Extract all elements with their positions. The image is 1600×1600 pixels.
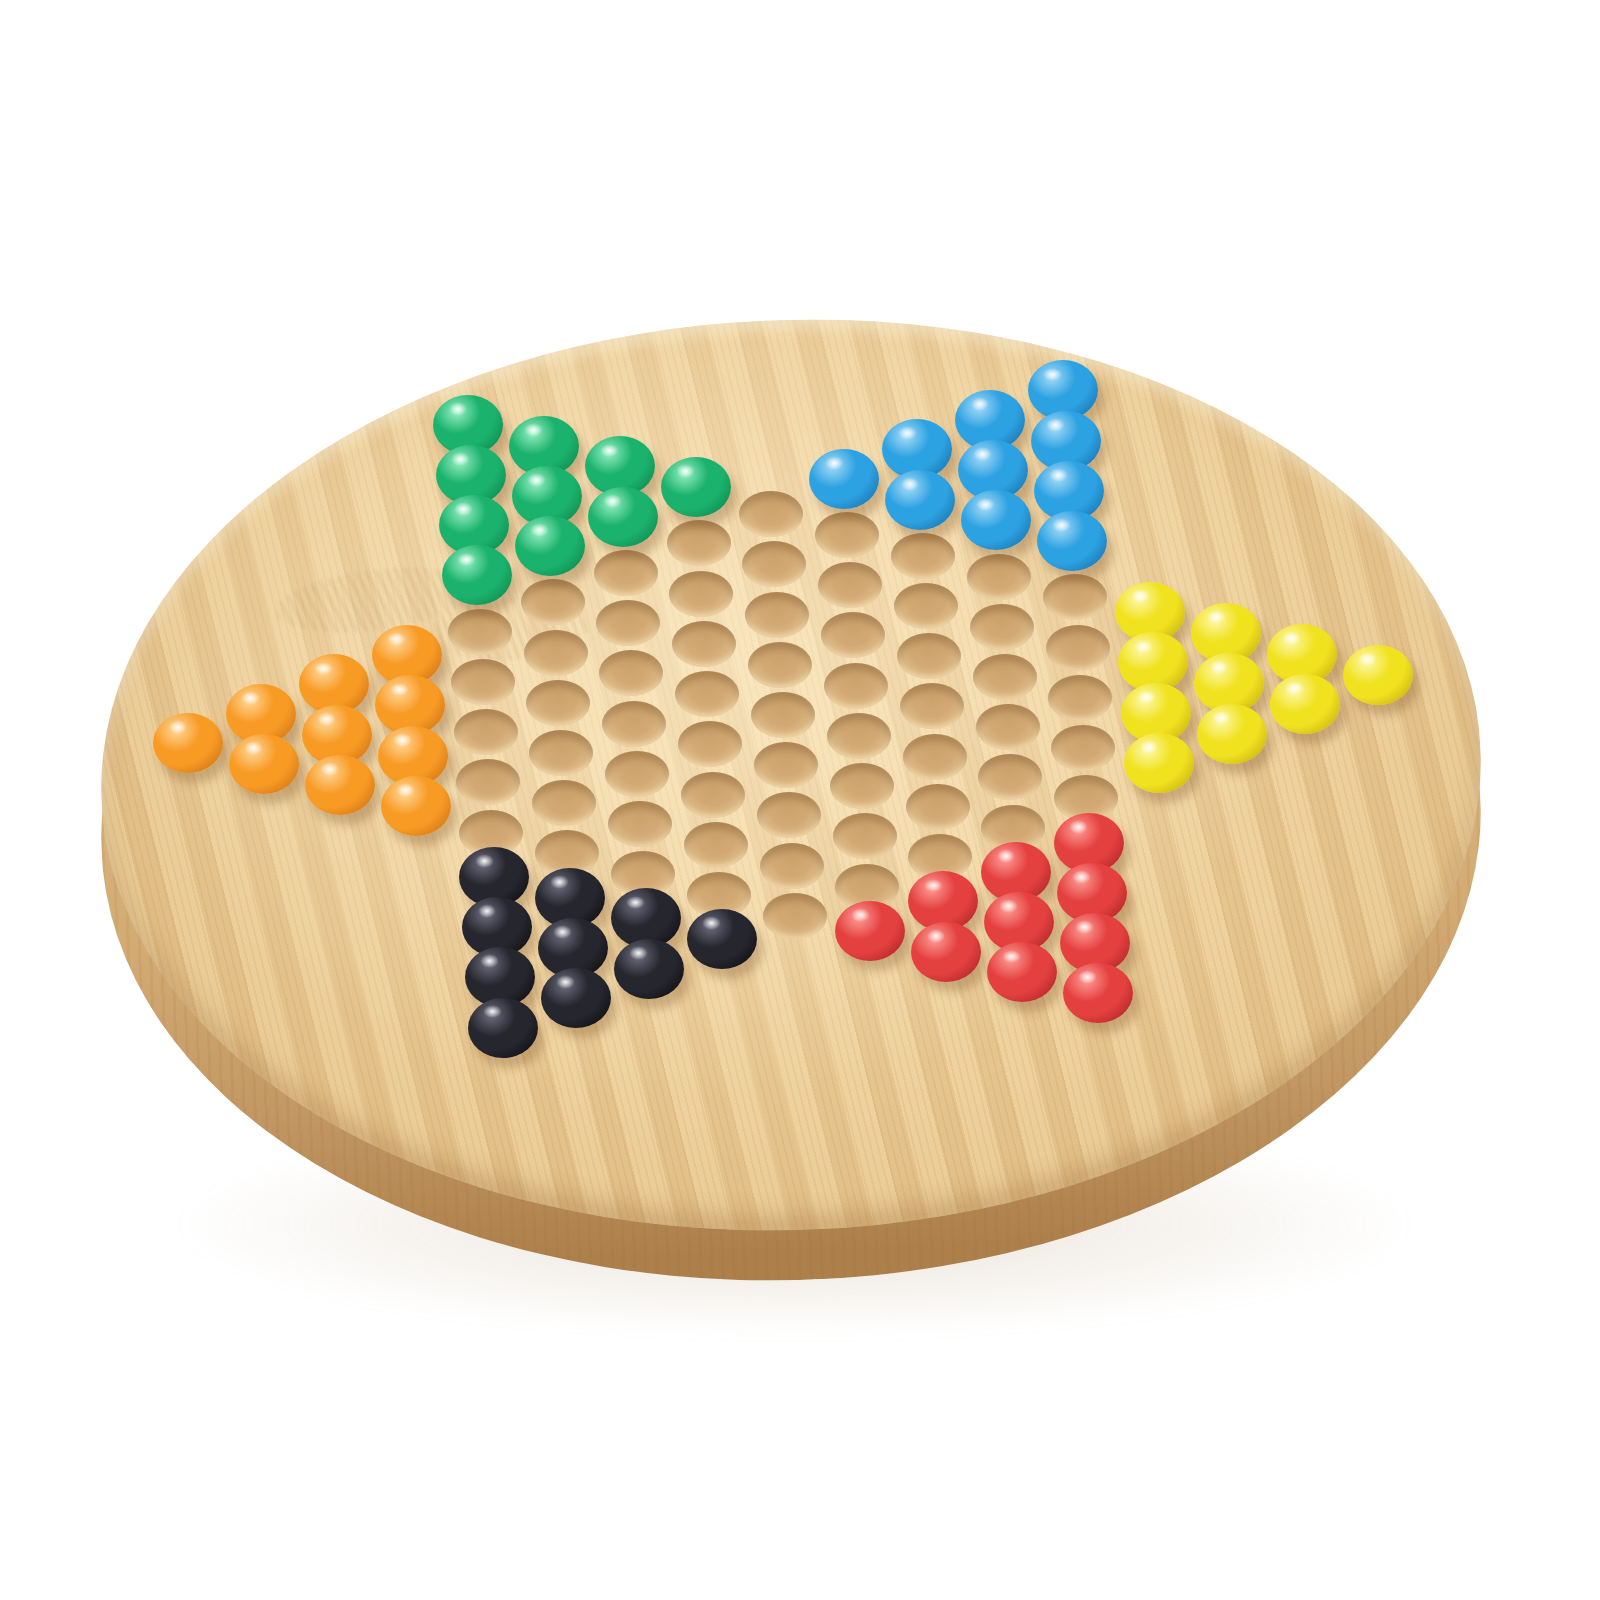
marble-red[interactable] — [987, 942, 1057, 1002]
marble-yellow[interactable] — [1343, 645, 1413, 705]
hole[interactable] — [891, 533, 955, 579]
marble-orange[interactable] — [305, 755, 375, 815]
hole[interactable] — [602, 701, 666, 747]
marble-blue[interactable] — [961, 490, 1031, 550]
hole[interactable] — [900, 683, 964, 729]
hole[interactable] — [760, 843, 824, 889]
hole[interactable] — [596, 600, 660, 646]
hole[interactable] — [451, 659, 515, 705]
hole[interactable] — [824, 663, 888, 709]
hole[interactable] — [818, 562, 882, 608]
marble-black[interactable] — [468, 998, 538, 1058]
hole[interactable] — [678, 721, 742, 767]
hole[interactable] — [821, 612, 885, 658]
marble-green[interactable] — [515, 516, 585, 576]
hole[interactable] — [742, 541, 806, 587]
product-photo-canvas — [0, 0, 1600, 1600]
marble-orange[interactable] — [381, 776, 451, 836]
hole[interactable] — [1051, 725, 1115, 771]
hole[interactable] — [763, 893, 827, 939]
hole[interactable] — [526, 680, 590, 726]
hole[interactable] — [827, 713, 891, 759]
hole[interactable] — [681, 772, 745, 818]
hole[interactable] — [532, 780, 596, 826]
hole[interactable] — [456, 759, 520, 805]
hole[interactable] — [667, 520, 731, 566]
marble-orange[interactable] — [229, 734, 299, 794]
marble-blue[interactable] — [809, 449, 879, 509]
hole[interactable] — [830, 763, 894, 809]
hole[interactable] — [897, 633, 961, 679]
hole[interactable] — [684, 822, 748, 868]
hole[interactable] — [751, 692, 815, 738]
hole[interactable] — [672, 621, 736, 667]
marble-orange[interactable] — [153, 713, 223, 773]
marble-blue[interactable] — [885, 470, 955, 530]
marble-yellow[interactable] — [1270, 674, 1340, 734]
hole[interactable] — [524, 630, 588, 676]
marble-red[interactable] — [911, 922, 981, 982]
hole[interactable] — [594, 550, 658, 596]
hole[interactable] — [1046, 625, 1110, 671]
hole[interactable] — [599, 650, 663, 696]
hole[interactable] — [605, 751, 669, 797]
hole[interactable] — [745, 592, 809, 638]
hole[interactable] — [739, 491, 803, 537]
marble-black[interactable] — [614, 939, 684, 999]
marble-red[interactable] — [835, 901, 905, 961]
marble-green[interactable] — [588, 487, 658, 547]
hole[interactable] — [608, 801, 672, 847]
hole[interactable] — [815, 512, 879, 558]
hole[interactable] — [1048, 675, 1112, 721]
hole[interactable] — [675, 671, 739, 717]
marble-yellow[interactable] — [1197, 704, 1267, 764]
hole[interactable] — [903, 734, 967, 780]
hole[interactable] — [669, 571, 733, 617]
marble-yellow[interactable] — [1124, 733, 1194, 793]
marble-black[interactable] — [541, 968, 611, 1028]
hole[interactable] — [970, 604, 1034, 650]
hole[interactable] — [757, 792, 821, 838]
marble-black[interactable] — [687, 909, 757, 969]
hole[interactable] — [448, 609, 512, 655]
marble-red[interactable] — [1063, 963, 1133, 1023]
marble-green[interactable] — [661, 457, 731, 517]
marble-green[interactable] — [442, 545, 512, 605]
hole[interactable] — [748, 642, 812, 688]
hole[interactable] — [521, 579, 585, 625]
hole[interactable] — [976, 704, 1040, 750]
hole[interactable] — [1043, 574, 1107, 620]
hole[interactable] — [973, 654, 1037, 700]
hole[interactable] — [754, 742, 818, 788]
hole-grid — [0, 0, 1600, 1600]
hole[interactable] — [454, 709, 518, 755]
hole[interactable] — [529, 730, 593, 776]
hole[interactable] — [967, 554, 1031, 600]
hole[interactable] — [906, 784, 970, 830]
hole[interactable] — [833, 813, 897, 859]
marble-blue[interactable] — [1037, 511, 1107, 571]
hole[interactable] — [894, 583, 958, 629]
hole[interactable] — [978, 754, 1042, 800]
